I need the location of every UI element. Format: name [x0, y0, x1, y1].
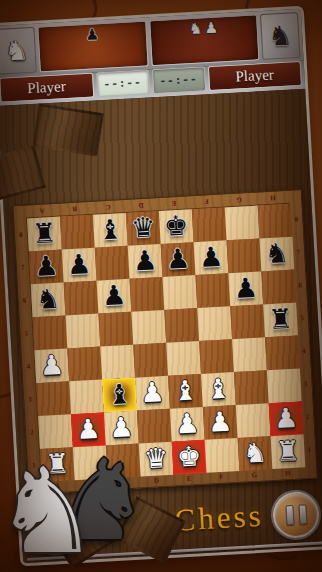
square-g6[interactable]: ♟ — [228, 271, 263, 306]
square-e4[interactable] — [166, 341, 201, 376]
coord-label: 1 — [32, 461, 36, 469]
coord-label: 2 — [30, 428, 34, 436]
white-queen-piece: ♛ — [143, 445, 169, 473]
coord-label: 8 — [19, 230, 23, 238]
square-h8[interactable] — [258, 204, 293, 239]
square-e5[interactable] — [164, 308, 199, 343]
coord-label: 3 — [28, 395, 32, 403]
black-player-avatar: ♞ — [260, 12, 301, 60]
square-g1[interactable]: ♞ — [238, 436, 273, 471]
right-player-name: Player — [207, 61, 302, 91]
captured-by-black-tray: ♞♟ — [149, 14, 260, 66]
square-c8[interactable]: ♝ — [93, 213, 128, 248]
black-knight-avatar-icon: ♞ — [267, 22, 293, 50]
coord-label: H — [270, 194, 276, 202]
square-a6[interactable]: ♞ — [31, 282, 66, 317]
right-player-clock: --:-- — [151, 66, 205, 94]
square-d2[interactable] — [137, 409, 172, 444]
black-pawn-piece: ♟ — [101, 282, 127, 310]
square-a2[interactable] — [38, 414, 73, 449]
square-g7[interactable] — [227, 238, 262, 273]
coord-label: 7 — [296, 248, 300, 256]
square-d4[interactable] — [133, 343, 168, 378]
square-b6[interactable] — [64, 281, 99, 316]
coord-label: 7 — [21, 263, 25, 271]
square-d8[interactable]: ♛ — [126, 211, 161, 246]
white-knight-piece: ♞ — [242, 439, 268, 467]
captured-by-white-tray: ♟ — [37, 20, 148, 72]
square-f7[interactable]: ♟ — [194, 240, 229, 275]
square-c1[interactable] — [106, 444, 141, 479]
white-rook-piece: ♜ — [44, 450, 70, 478]
coord-label: D — [138, 201, 144, 209]
white-king-piece: ♚ — [176, 443, 202, 471]
white-player-avatar: ♞ — [0, 27, 37, 75]
coord-label: E — [171, 199, 176, 207]
coord-label: C — [120, 478, 126, 486]
coord-label: F — [204, 197, 209, 205]
square-g5[interactable] — [230, 304, 265, 339]
square-h7[interactable]: ♞ — [259, 237, 294, 272]
square-f8[interactable] — [192, 207, 227, 242]
coord-label: A — [39, 206, 45, 214]
square-h6[interactable] — [261, 270, 296, 305]
wood-flourish — [0, 145, 46, 206]
square-d3[interactable]: ♟ — [135, 376, 170, 411]
square-g2[interactable] — [236, 403, 271, 438]
coord-label: G — [236, 195, 242, 203]
black-knight-piece: ♞ — [264, 240, 290, 268]
coord-label: 1 — [307, 445, 311, 453]
black-queen-piece: ♛ — [130, 214, 156, 242]
black-bishop-piece: ♝ — [97, 216, 123, 244]
black-rook-piece: ♜ — [32, 220, 58, 248]
black-pawn-piece: ♟ — [198, 244, 224, 272]
coord-label: 5 — [300, 314, 304, 322]
black-knight-piece: ♞ — [35, 286, 61, 314]
coord-label: A — [55, 482, 61, 490]
square-b3[interactable] — [69, 379, 104, 414]
square-f2[interactable]: ♟ — [203, 405, 238, 440]
square-g8[interactable] — [225, 206, 260, 241]
square-c7[interactable] — [95, 246, 130, 281]
square-d6[interactable] — [130, 277, 165, 312]
square-c5[interactable] — [98, 312, 133, 347]
coord-label: 4 — [26, 362, 30, 370]
coord-label: 8 — [294, 215, 298, 223]
square-f1[interactable] — [205, 438, 240, 473]
square-e3[interactable]: ♝ — [168, 374, 203, 409]
white-bishop-piece: ♝ — [206, 375, 232, 403]
square-b2[interactable]: ♟ — [71, 412, 106, 447]
square-f6[interactable] — [195, 273, 230, 308]
square-a3[interactable] — [36, 381, 71, 416]
square-e7[interactable]: ♟ — [161, 242, 196, 277]
square-e6[interactable] — [162, 275, 197, 310]
square-c4[interactable] — [100, 345, 135, 380]
black-bishop-piece: ♝ — [107, 381, 133, 409]
coord-label: 2 — [306, 412, 310, 420]
coord-label: 3 — [304, 380, 308, 388]
square-e8[interactable]: ♚ — [159, 209, 194, 244]
black-pawn-piece: ♟ — [233, 275, 259, 303]
wood-section: ABCDEFGH 87654321 ♜♝♛♚♟♟♟♟♟♞♞♟♟♜♟♝♟♝♝♟♟♟… — [0, 89, 322, 563]
game-title: Chess ! — [174, 496, 289, 538]
square-d7[interactable]: ♟ — [128, 244, 163, 279]
board-frame: ABCDEFGH 87654321 ♜♝♛♚♟♟♟♟♟♞♞♟♟♜♟♝♟♝♝♟♟♟… — [12, 189, 318, 495]
coord-label: B — [88, 480, 93, 488]
coord-label: 6 — [298, 281, 302, 289]
square-f3[interactable]: ♝ — [201, 372, 236, 407]
square-e2[interactable]: ♟ — [170, 407, 205, 442]
coord-label: F — [219, 473, 224, 481]
square-b4[interactable] — [67, 347, 102, 382]
square-c2[interactable]: ♟ — [104, 411, 139, 446]
square-a1[interactable]: ♜ — [40, 447, 75, 482]
white-rook-piece: ♜ — [275, 438, 301, 466]
square-b7[interactable]: ♟ — [62, 248, 97, 283]
black-pawn-piece: ♟ — [66, 251, 92, 279]
white-pawn-piece: ♟ — [273, 405, 299, 433]
square-e1[interactable]: ♚ — [172, 440, 207, 475]
left-player-clock: --:-- — [95, 69, 149, 97]
square-h5[interactable]: ♜ — [263, 303, 298, 338]
white-pawn-piece: ♟ — [76, 416, 102, 444]
pause-icon — [285, 504, 307, 525]
black-pawn-piece: ♟ — [165, 245, 191, 273]
white-knight-avatar-icon: ♞ — [4, 37, 30, 65]
square-g3[interactable] — [234, 370, 269, 405]
wood-flourish — [32, 103, 104, 157]
coord-label: H — [285, 469, 291, 477]
white-pawn-piece: ♟ — [109, 414, 135, 442]
chess-board: ♜♝♛♚♟♟♟♟♟♞♞♟♟♜♟♝♟♝♝♟♟♟♟♟♜♛♚♞♜ — [26, 203, 304, 481]
coord-label: B — [72, 205, 77, 213]
square-h1[interactable]: ♜ — [271, 434, 306, 469]
square-g4[interactable] — [232, 337, 267, 372]
square-c6[interactable]: ♟ — [97, 279, 132, 314]
square-f5[interactable] — [197, 306, 232, 341]
coord-label: C — [105, 203, 111, 211]
square-a7[interactable]: ♟ — [29, 250, 64, 285]
coord-label: 6 — [23, 296, 27, 304]
square-h2[interactable]: ♟ — [269, 401, 304, 436]
captured-black-pawn-icon: ♟ — [85, 26, 99, 42]
white-pawn-piece: ♟ — [174, 410, 200, 438]
square-a5[interactable] — [33, 315, 68, 350]
black-pawn-piece: ♟ — [33, 253, 59, 281]
square-d1[interactable]: ♛ — [139, 442, 174, 477]
white-pawn-piece: ♟ — [140, 379, 166, 407]
square-b1[interactable] — [73, 445, 108, 480]
square-b5[interactable] — [65, 314, 100, 349]
white-pawn-piece: ♟ — [39, 352, 65, 380]
left-player-name: Player — [0, 73, 94, 103]
captured-white-knight-icon: ♞ — [189, 20, 203, 36]
square-d5[interactable] — [131, 310, 166, 345]
coord-label: G — [251, 471, 257, 479]
coord-label: 5 — [24, 329, 28, 337]
coord-label: E — [187, 475, 192, 483]
game-panel: ♞ ♟ ♞♟ ♞ Player --:-- --:-- Player ABCDE… — [0, 6, 322, 567]
coord-label: D — [154, 476, 160, 484]
square-h4[interactable] — [265, 335, 300, 370]
square-b8[interactable] — [60, 215, 95, 250]
white-pawn-piece: ♟ — [207, 408, 233, 436]
square-h3[interactable] — [267, 368, 302, 403]
square-a4[interactable]: ♟ — [34, 348, 69, 383]
square-f4[interactable] — [199, 339, 234, 374]
captured-white-pawn-icon: ♟ — [204, 19, 218, 35]
square-a8[interactable]: ♜ — [27, 217, 62, 252]
black-rook-piece: ♜ — [268, 306, 294, 334]
black-king-piece: ♚ — [163, 212, 189, 240]
coord-label: 4 — [302, 347, 306, 355]
black-pawn-piece: ♟ — [132, 247, 158, 275]
white-bishop-piece: ♝ — [173, 377, 199, 405]
square-c3[interactable]: ♝ — [102, 378, 137, 413]
